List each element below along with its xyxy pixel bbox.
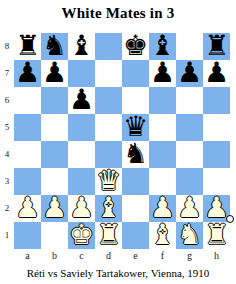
square-g6[interactable]	[176, 87, 203, 114]
caption: Réti vs Saviely Tartakower, Vienna, 1910	[0, 267, 236, 279]
square-e7[interactable]	[122, 60, 149, 87]
square-c5[interactable]	[68, 114, 95, 141]
square-a5[interactable]	[14, 114, 41, 141]
square-h1[interactable]: ♜	[203, 222, 230, 249]
square-a1[interactable]	[14, 222, 41, 249]
square-f7[interactable]: ♟	[149, 60, 176, 87]
square-f4[interactable]	[149, 141, 176, 168]
piece-white-rook: ♜	[203, 222, 230, 249]
square-b1[interactable]	[41, 222, 68, 249]
square-h4[interactable]	[203, 141, 230, 168]
square-c1[interactable]: ♚	[68, 222, 95, 249]
chess-diagram: 87654321 ♜♞♝♚♝♜♟♟♟♟♟♟♛♞♛♟♟♟♝♟♟♟♚♜♝♞♜	[14, 33, 230, 249]
square-a4[interactable]	[14, 141, 41, 168]
square-h5[interactable]	[203, 114, 230, 141]
file-label-b: b	[41, 249, 68, 262]
piece-white-bishop: ♝	[149, 222, 176, 249]
square-b7[interactable]: ♟	[41, 60, 68, 87]
puzzle-title: White Mates in 3	[0, 0, 236, 25]
piece-black-king: ♚	[122, 33, 149, 60]
square-g7[interactable]: ♟	[176, 60, 203, 87]
piece-white-pawn: ♟	[41, 195, 68, 222]
square-c4[interactable]	[68, 141, 95, 168]
square-d5[interactable]	[95, 114, 122, 141]
square-e1[interactable]	[122, 222, 149, 249]
square-d7[interactable]	[95, 60, 122, 87]
file-label-e: e	[122, 249, 149, 262]
piece-white-rook: ♜	[95, 222, 122, 249]
square-c8[interactable]: ♝	[68, 33, 95, 60]
piece-black-pawn: ♟	[68, 87, 95, 114]
rank-label-1: 1	[0, 222, 14, 249]
piece-black-pawn: ♟	[203, 60, 230, 87]
square-g4[interactable]	[176, 141, 203, 168]
piece-white-king: ♚	[68, 222, 95, 249]
square-a2[interactable]: ♟	[14, 195, 41, 222]
square-f1[interactable]: ♝	[149, 222, 176, 249]
rank-labels: 87654321	[0, 33, 14, 249]
piece-white-pawn: ♟	[14, 195, 41, 222]
square-d6[interactable]	[95, 87, 122, 114]
white-to-move-indicator	[226, 215, 234, 223]
square-a6[interactable]	[14, 87, 41, 114]
square-e2[interactable]	[122, 195, 149, 222]
piece-black-pawn: ♟	[14, 60, 41, 87]
square-g5[interactable]	[176, 114, 203, 141]
rank-label-5: 5	[0, 114, 14, 141]
piece-black-pawn: ♟	[176, 60, 203, 87]
rank-label-6: 6	[0, 87, 14, 114]
square-g1[interactable]: ♞	[176, 222, 203, 249]
square-b2[interactable]: ♟	[41, 195, 68, 222]
piece-black-pawn: ♟	[41, 60, 68, 87]
square-b5[interactable]	[41, 114, 68, 141]
rank-label-2: 2	[0, 195, 14, 222]
piece-black-knight: ♞	[122, 141, 149, 168]
rank-label-3: 3	[0, 168, 14, 195]
square-e4[interactable]: ♞	[122, 141, 149, 168]
rank-label-7: 7	[0, 60, 14, 87]
rank-label-8: 8	[0, 33, 14, 60]
square-a7[interactable]: ♟	[14, 60, 41, 87]
square-d1[interactable]: ♜	[95, 222, 122, 249]
square-b6[interactable]	[41, 87, 68, 114]
square-b4[interactable]	[41, 141, 68, 168]
piece-black-pawn: ♟	[149, 60, 176, 87]
square-d8[interactable]	[95, 33, 122, 60]
square-e3[interactable]	[122, 168, 149, 195]
chess-puzzle-page: White Mates in 3 87654321 ♜♞♝♚♝♜♟♟♟♟♟♟♛♞…	[0, 0, 236, 284]
square-c6[interactable]: ♟	[68, 87, 95, 114]
square-h7[interactable]: ♟	[203, 60, 230, 87]
piece-black-bishop: ♝	[68, 33, 95, 60]
square-h6[interactable]	[203, 87, 230, 114]
piece-white-knight: ♞	[176, 222, 203, 249]
board: ♜♞♝♚♝♜♟♟♟♟♟♟♛♞♛♟♟♟♝♟♟♟♚♜♝♞♜	[14, 33, 230, 249]
square-e8[interactable]: ♚	[122, 33, 149, 60]
square-f5[interactable]	[149, 114, 176, 141]
square-f6[interactable]	[149, 87, 176, 114]
rank-label-4: 4	[0, 141, 14, 168]
file-label-a: a	[14, 249, 41, 262]
